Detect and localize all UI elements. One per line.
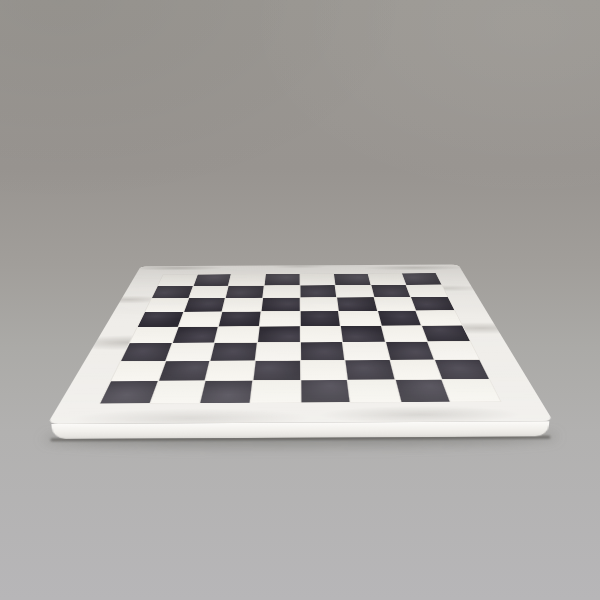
square-g1[interactable] [396,379,451,401]
square-a2[interactable] [111,361,164,381]
square-b7[interactable] [189,285,228,297]
square-b6[interactable] [184,298,225,311]
square-b4[interactable] [173,326,218,342]
square-d1[interactable] [251,380,300,402]
perspective-scene [0,0,600,600]
square-e1[interactable] [301,380,350,402]
square-d7[interactable] [263,285,299,297]
square-f4[interactable] [341,325,385,341]
square-h7[interactable] [407,284,448,296]
square-f3[interactable] [343,342,389,360]
square-h1[interactable] [443,379,500,401]
square-f1[interactable] [348,380,400,402]
square-c2[interactable] [206,360,255,380]
square-g6[interactable] [374,297,415,310]
square-a8[interactable] [158,274,197,285]
square-h8[interactable] [402,273,441,284]
square-d6[interactable] [261,297,299,310]
square-h4[interactable] [422,325,470,341]
square-g4[interactable] [382,325,428,341]
square-a6[interactable] [145,298,188,311]
square-h6[interactable] [411,297,454,310]
square-h5[interactable] [417,310,462,325]
square-f2[interactable] [345,360,394,380]
square-d5[interactable] [260,311,300,326]
square-d8[interactable] [265,274,300,285]
square-h3[interactable] [428,341,478,359]
square-b5[interactable] [179,311,222,326]
square-e7[interactable] [300,285,336,297]
square-f7[interactable] [336,285,374,297]
chess-board [47,264,553,423]
square-e2[interactable] [301,360,347,380]
square-g5[interactable] [378,310,421,325]
square-a3[interactable] [121,343,171,361]
square-d2[interactable] [253,360,299,380]
square-c5[interactable] [219,311,260,326]
square-g7[interactable] [371,284,410,296]
square-h2[interactable] [435,359,489,379]
square-f5[interactable] [339,310,381,325]
square-a4[interactable] [130,326,177,342]
square-e6[interactable] [300,297,338,310]
square-e8[interactable] [300,273,335,284]
square-a1[interactable] [100,381,157,403]
photo-tilt-wrapper [0,0,600,600]
square-c6[interactable] [223,298,262,311]
square-g3[interactable] [386,341,434,359]
square-c4[interactable] [215,326,259,342]
square-c3[interactable] [211,342,257,360]
square-c8[interactable] [229,274,265,285]
square-d4[interactable] [258,326,300,342]
square-b2[interactable] [159,360,210,380]
square-f6[interactable] [337,297,377,310]
square-a5[interactable] [138,311,183,326]
square-a7[interactable] [152,286,193,298]
square-c7[interactable] [226,285,264,297]
square-d3[interactable] [256,342,300,360]
square-e4[interactable] [300,325,342,341]
square-g8[interactable] [368,273,405,284]
square-f8[interactable] [334,273,370,284]
square-c1[interactable] [201,380,253,402]
square-b8[interactable] [193,274,230,285]
board-front-edge [51,421,549,439]
board-grid [100,273,500,403]
square-g2[interactable] [390,359,441,379]
square-e3[interactable] [300,342,344,360]
square-b3[interactable] [166,342,214,360]
square-e5[interactable] [300,311,340,326]
square-b1[interactable] [150,381,204,403]
